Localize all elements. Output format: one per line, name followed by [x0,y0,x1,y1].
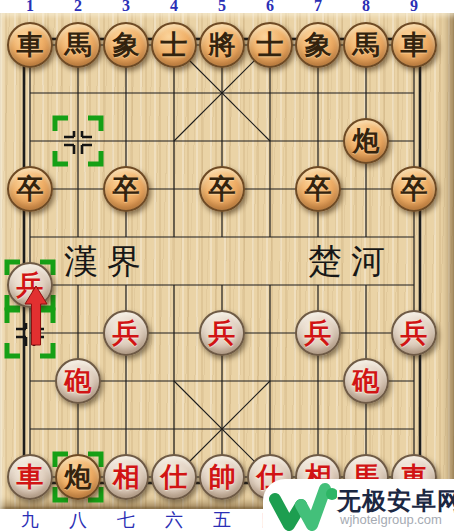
xiangqi-app-screen: 漢界 楚河 123456789九八七六五四三二一 車馬象士將士象馬車炮卒卒卒卒卒… [0,0,454,531]
watermark-overlay: 无极安卓网 wjhotelgroup.com [263,479,454,531]
watermark-logo-icon [265,481,337,531]
watermark-domain: wjhotelgroup.com [340,512,442,527]
last-move-arrow [25,286,47,345]
move-arrow-layer [0,0,454,531]
